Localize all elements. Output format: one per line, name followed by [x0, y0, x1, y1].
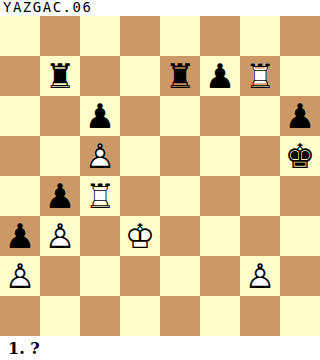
square-b1[interactable] [40, 296, 80, 336]
square-c7[interactable] [80, 56, 120, 96]
piece-outline: ♖ [245, 56, 275, 96]
black-pawn-b4: ♟ [45, 179, 75, 213]
square-c2[interactable] [80, 256, 120, 296]
square-b8[interactable] [40, 16, 80, 56]
square-h8[interactable] [280, 16, 320, 56]
square-d4[interactable] [120, 176, 160, 216]
square-b3[interactable]: ♟♙ [40, 216, 80, 256]
move-prompt: 1. ? [0, 336, 320, 358]
square-a3[interactable]: ♟ [0, 216, 40, 256]
white-pawn-b3: ♟♙ [45, 219, 75, 253]
black-rook-e7: ♜ [165, 59, 195, 93]
square-c6[interactable]: ♟ [80, 96, 120, 136]
square-f6[interactable] [200, 96, 240, 136]
square-e8[interactable] [160, 16, 200, 56]
square-b4[interactable]: ♟ [40, 176, 80, 216]
square-f3[interactable] [200, 216, 240, 256]
square-e6[interactable] [160, 96, 200, 136]
black-pawn-f7: ♟ [205, 59, 235, 93]
square-e1[interactable] [160, 296, 200, 336]
square-e4[interactable] [160, 176, 200, 216]
black-pawn-a3: ♟ [5, 219, 35, 253]
piece-outline: ♔ [125, 216, 155, 256]
white-pawn-c5: ♟♙ [85, 139, 115, 173]
chess-puzzle-window: YAZGAC.06 ♜♜♟♜♖♟♟♟♙♚♟♜♖♟♟♙♚♔♟♙♟♙ 1. ? [0, 0, 320, 360]
square-d5[interactable] [120, 136, 160, 176]
square-d6[interactable] [120, 96, 160, 136]
white-king-d3: ♚♔ [125, 219, 155, 253]
square-d1[interactable] [120, 296, 160, 336]
piece-outline: ♙ [45, 216, 75, 256]
square-a2[interactable]: ♟♙ [0, 256, 40, 296]
puzzle-title: YAZGAC.06 [0, 0, 320, 16]
white-pawn-a2: ♟♙ [5, 259, 35, 293]
square-f5[interactable] [200, 136, 240, 176]
square-a5[interactable] [0, 136, 40, 176]
square-h7[interactable] [280, 56, 320, 96]
square-c1[interactable] [80, 296, 120, 336]
black-pawn-c6: ♟ [85, 99, 115, 133]
piece-outline: ♖ [85, 176, 115, 216]
black-king-h5: ♚ [285, 139, 315, 173]
square-e5[interactable] [160, 136, 200, 176]
square-a8[interactable] [0, 16, 40, 56]
piece-outline: ♙ [85, 136, 115, 176]
square-b7[interactable]: ♜ [40, 56, 80, 96]
square-c8[interactable] [80, 16, 120, 56]
square-c4[interactable]: ♜♖ [80, 176, 120, 216]
square-d7[interactable] [120, 56, 160, 96]
square-a6[interactable] [0, 96, 40, 136]
square-g6[interactable] [240, 96, 280, 136]
square-b5[interactable] [40, 136, 80, 176]
square-d8[interactable] [120, 16, 160, 56]
square-e7[interactable]: ♜ [160, 56, 200, 96]
square-f8[interactable] [200, 16, 240, 56]
square-b6[interactable] [40, 96, 80, 136]
square-a7[interactable] [0, 56, 40, 96]
square-b2[interactable] [40, 256, 80, 296]
square-g1[interactable] [240, 296, 280, 336]
square-d2[interactable] [120, 256, 160, 296]
black-pawn-h6: ♟ [285, 99, 315, 133]
square-e2[interactable] [160, 256, 200, 296]
white-rook-g7: ♜♖ [245, 59, 275, 93]
square-g7[interactable]: ♜♖ [240, 56, 280, 96]
square-h2[interactable] [280, 256, 320, 296]
square-f2[interactable] [200, 256, 240, 296]
square-h4[interactable] [280, 176, 320, 216]
square-d3[interactable]: ♚♔ [120, 216, 160, 256]
square-e3[interactable] [160, 216, 200, 256]
square-h3[interactable] [280, 216, 320, 256]
square-c3[interactable] [80, 216, 120, 256]
black-rook-b7: ♜ [45, 59, 75, 93]
chess-board: ♜♜♟♜♖♟♟♟♙♚♟♜♖♟♟♙♚♔♟♙♟♙ [0, 16, 320, 336]
square-a1[interactable] [0, 296, 40, 336]
square-g4[interactable] [240, 176, 280, 216]
piece-outline: ♙ [5, 256, 35, 296]
square-f1[interactable] [200, 296, 240, 336]
square-h6[interactable]: ♟ [280, 96, 320, 136]
square-g3[interactable] [240, 216, 280, 256]
piece-outline: ♙ [245, 256, 275, 296]
square-g8[interactable] [240, 16, 280, 56]
square-f7[interactable]: ♟ [200, 56, 240, 96]
white-rook-c4: ♜♖ [85, 179, 115, 213]
square-f4[interactable] [200, 176, 240, 216]
square-h1[interactable] [280, 296, 320, 336]
square-a4[interactable] [0, 176, 40, 216]
square-g5[interactable] [240, 136, 280, 176]
square-h5[interactable]: ♚ [280, 136, 320, 176]
square-g2[interactable]: ♟♙ [240, 256, 280, 296]
square-c5[interactable]: ♟♙ [80, 136, 120, 176]
white-pawn-g2: ♟♙ [245, 259, 275, 293]
